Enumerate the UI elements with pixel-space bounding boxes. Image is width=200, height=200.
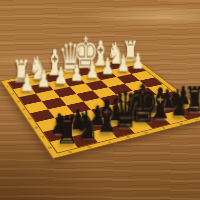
coordinate-label: h: [194, 118, 199, 121]
square-e7: ♟: [116, 110, 142, 123]
coordinate-label: g: [177, 122, 182, 125]
coordinate-label: 6: [34, 126, 39, 129]
coordinate-label: 2: [11, 93, 15, 95]
coordinate-label: b: [87, 145, 92, 148]
coordinate-label: e: [144, 131, 149, 134]
coordinate-label: a: [67, 150, 72, 154]
coordinate-label: d: [125, 136, 130, 139]
piece-white-rook-icon: ♜: [122, 37, 139, 65]
board-frame: 12345678 abcdefgh ♜♞♝♛♚♝♞♜♟♟♟♟♟♟♟♟♟♟♟♟♟♟…: [0, 56, 200, 159]
coordinate-label: 3: [16, 100, 20, 103]
coordinate-label: c: [107, 140, 112, 143]
coordinate-label: 1: [6, 85, 10, 87]
coordinate-label: 8: [47, 146, 52, 149]
chess-board: 12345678 abcdefgh ♜♞♝♛♚♝♞♜♟♟♟♟♟♟♟♟♟♟♟♟♟♟…: [0, 56, 200, 159]
piece-black-rook-icon: ♜: [184, 83, 200, 117]
coordinate-label: 7: [40, 136, 45, 139]
board-grid: ♜♞♝♛♚♝♞♜♟♟♟♟♟♟♟♟♟♟♟♟♟♟♟♟♜♞♝♛♚♝♞♜: [8, 59, 200, 153]
square-a3: [19, 93, 42, 104]
coordinate-label: 4: [22, 108, 26, 111]
photo-scene: 12345678 abcdefgh ♜♞♝♛♚♝♞♜♟♟♟♟♟♟♟♟♟♟♟♟♟♟…: [0, 0, 200, 200]
coordinate-label: f: [161, 127, 165, 130]
coordinate-label: 5: [27, 117, 31, 120]
